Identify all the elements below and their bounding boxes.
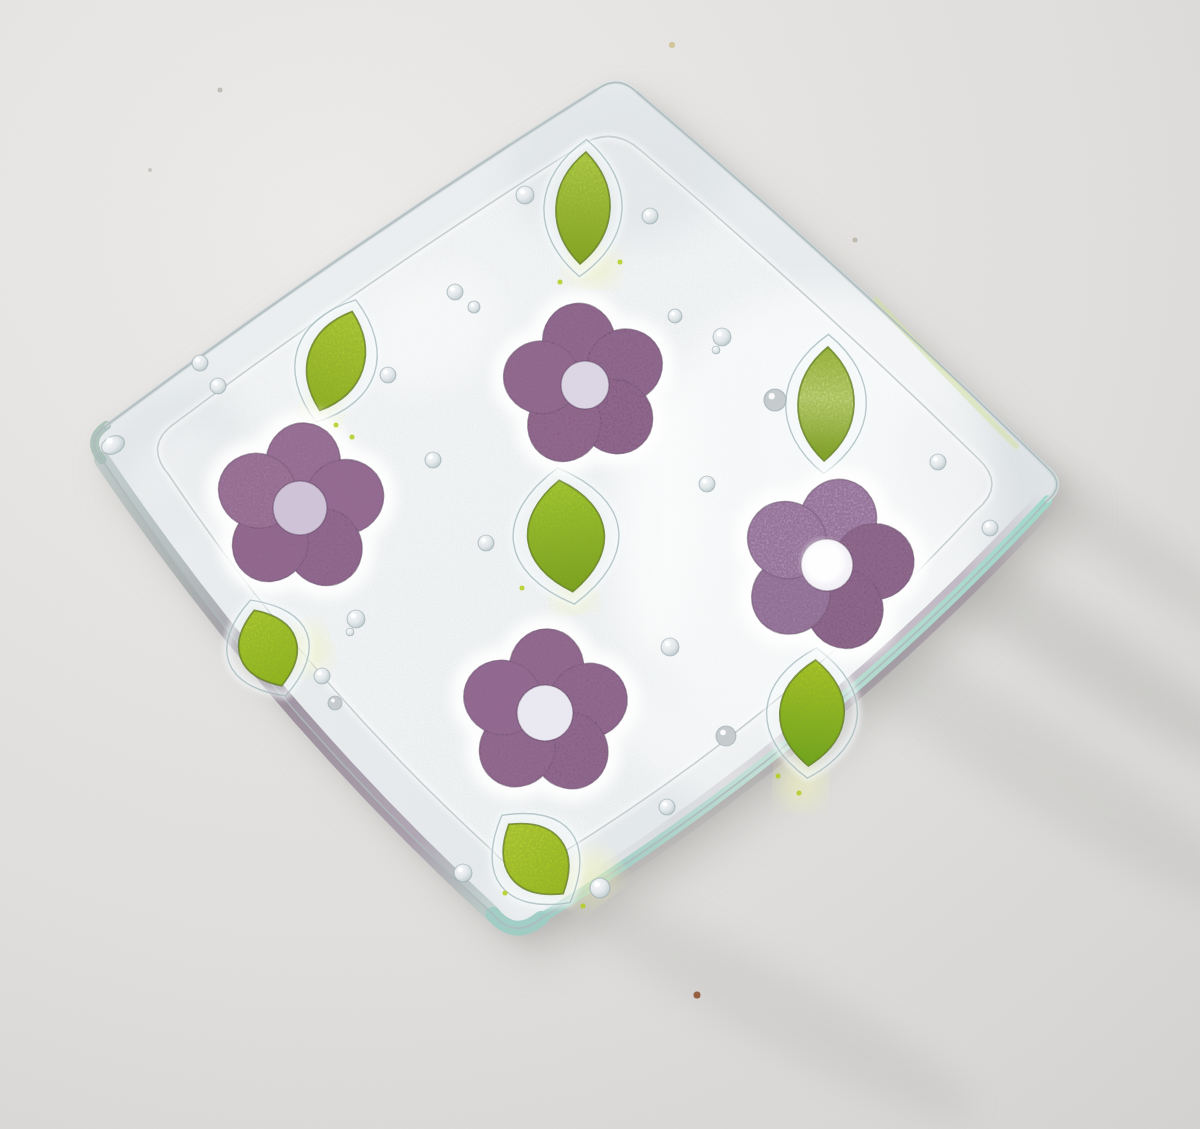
bubble (328, 696, 342, 710)
bubble (699, 476, 715, 492)
bubble (454, 864, 472, 882)
bubble (210, 378, 226, 394)
bubble (590, 878, 610, 898)
green-speck (776, 774, 781, 779)
green-speck (350, 435, 355, 440)
photo-canvas (0, 0, 1200, 1129)
bubble (982, 520, 998, 536)
bubble (930, 454, 946, 470)
green-speck (503, 891, 508, 896)
bubble (516, 186, 534, 204)
green-speck (618, 260, 623, 265)
flower-center (273, 481, 327, 535)
flower-center (561, 361, 609, 409)
bubble (661, 638, 679, 656)
green-speck (797, 791, 802, 796)
bubble (468, 301, 480, 313)
bubble (447, 284, 463, 300)
green-speck (334, 423, 339, 428)
bubble (478, 535, 494, 551)
dust-speck (669, 42, 675, 48)
bubble (425, 452, 441, 468)
green-speck (581, 904, 586, 909)
flower-center-blob (803, 541, 846, 584)
dust-speck (694, 992, 701, 999)
dust-speck (853, 238, 858, 243)
bubble (314, 668, 330, 684)
green-speck (520, 586, 525, 591)
green-speck (558, 280, 563, 285)
bubble (642, 208, 658, 224)
bubble (659, 799, 675, 815)
dust-speck (218, 88, 223, 93)
dust-speck (148, 168, 152, 172)
bubble (192, 355, 208, 371)
flower-center (517, 685, 573, 741)
bubble (716, 726, 736, 746)
bubble (380, 367, 396, 383)
bubble (668, 309, 682, 323)
bubble (764, 389, 786, 411)
glass-dish-photo (0, 0, 1200, 1129)
